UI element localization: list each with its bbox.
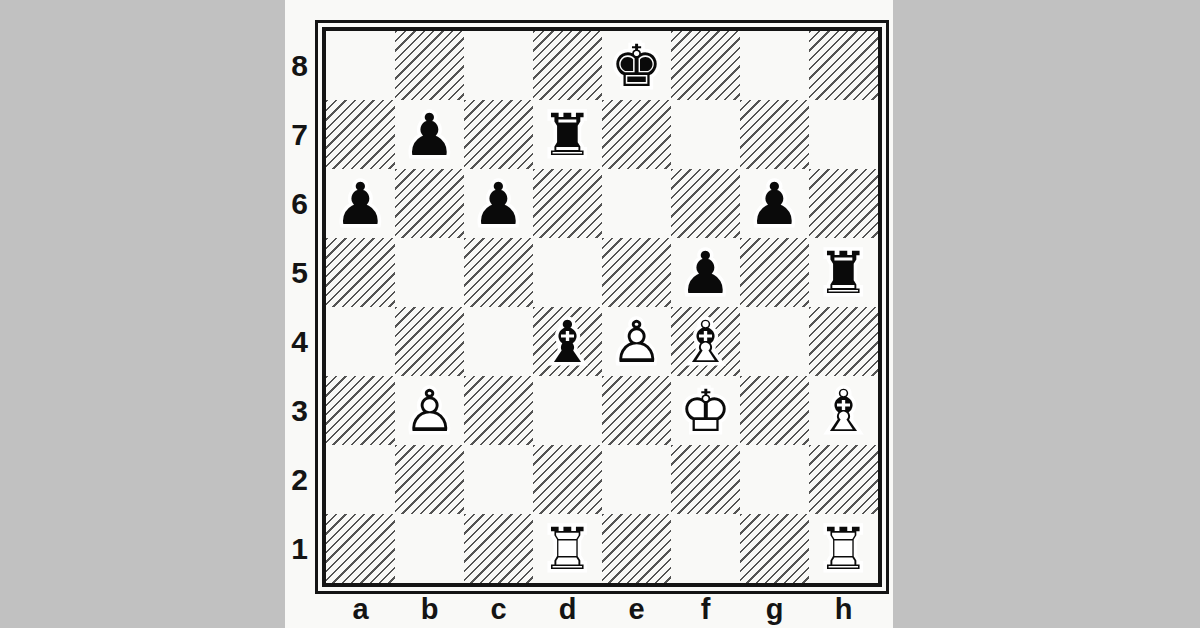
square-f4: ♝♗ [671,307,740,376]
square-f1 [671,514,740,583]
square-d3 [533,376,602,445]
piece-br-h5: ♜♜ [809,238,878,307]
square-c7 [464,100,533,169]
square-c3 [464,376,533,445]
square-h6 [809,169,878,238]
square-e2 [602,445,671,514]
square-f5: ♟♟ [671,238,740,307]
square-h5: ♜♜ [809,238,878,307]
square-f7 [671,100,740,169]
square-a5 [326,238,395,307]
piece-wb-f4: ♝♗ [671,307,740,376]
piece-wk-f3: ♚♔ [671,376,740,445]
rank-label-7: 7 [286,100,313,169]
file-label-b: b [395,593,464,625]
file-label-f: f [671,593,740,625]
square-a8 [326,31,395,100]
rank-label-3: 3 [286,376,313,445]
square-g7 [740,100,809,169]
square-g5 [740,238,809,307]
square-b3: ♟♙ [395,376,464,445]
square-c8 [464,31,533,100]
square-g3 [740,376,809,445]
square-a1 [326,514,395,583]
square-h2 [809,445,878,514]
square-e4: ♟♙ [602,307,671,376]
square-b4 [395,307,464,376]
square-c2 [464,445,533,514]
piece-wp-e4: ♟♙ [602,307,671,376]
file-label-d: d [533,593,602,625]
square-d4: ♝♝ [533,307,602,376]
square-h1: ♜♖ [809,514,878,583]
rank-label-4: 4 [286,307,313,376]
square-d6 [533,169,602,238]
square-g1 [740,514,809,583]
rank-label-5: 5 [286,238,313,307]
square-e6 [602,169,671,238]
square-d5 [533,238,602,307]
square-c6: ♟♟ [464,169,533,238]
piece-wr-d1: ♜♖ [533,514,602,583]
piece-br-d7: ♜♜ [533,100,602,169]
square-g6: ♟♟ [740,169,809,238]
file-labels: abcdefgh [326,593,878,625]
chess-board: ♚♚♟♟♜♜♟♟♟♟♟♟♟♟♜♜♝♝♟♙♝♗♟♙♚♔♝♗♜♖♜♖ [326,31,878,583]
file-label-h: h [809,593,878,625]
piece-bp-c6: ♟♟ [464,169,533,238]
board-inner-frame: ♚♚♟♟♜♜♟♟♟♟♟♟♟♟♜♜♝♝♟♙♝♗♟♙♚♔♝♗♜♖♜♖ [322,27,882,587]
square-e3 [602,376,671,445]
rank-label-8: 8 [286,31,313,100]
file-label-e: e [602,593,671,625]
square-h4 [809,307,878,376]
square-e1 [602,514,671,583]
piece-wp-b3: ♟♙ [395,376,464,445]
square-h3: ♝♗ [809,376,878,445]
square-d2 [533,445,602,514]
square-h7 [809,100,878,169]
square-a6: ♟♟ [326,169,395,238]
file-label-c: c [464,593,533,625]
square-c1 [464,514,533,583]
file-label-a: a [326,593,395,625]
square-g2 [740,445,809,514]
square-d7: ♜♜ [533,100,602,169]
square-b1 [395,514,464,583]
rank-label-6: 6 [286,169,313,238]
board-outer-frame: ♚♚♟♟♜♜♟♟♟♟♟♟♟♟♜♜♝♝♟♙♝♗♟♙♚♔♝♗♜♖♜♖ [315,20,889,594]
square-b7: ♟♟ [395,100,464,169]
square-e7 [602,100,671,169]
square-a7 [326,100,395,169]
piece-wb-h3: ♝♗ [809,376,878,445]
piece-bp-f5: ♟♟ [671,238,740,307]
square-a4 [326,307,395,376]
square-g8 [740,31,809,100]
square-a2 [326,445,395,514]
piece-wr-h1: ♜♖ [809,514,878,583]
rank-label-1: 1 [286,514,313,583]
square-f2 [671,445,740,514]
piece-bp-g6: ♟♟ [740,169,809,238]
square-d8 [533,31,602,100]
piece-bp-a6: ♟♟ [326,169,395,238]
rank-labels: 87654321 [286,31,313,583]
rank-label-2: 2 [286,445,313,514]
diagram-paper: 87654321 ♚♚♟♟♜♜♟♟♟♟♟♟♟♟♜♜♝♝♟♙♝♗♟♙♚♔♝♗♜♖♜… [285,0,893,628]
piece-bb-d4: ♝♝ [533,307,602,376]
square-f6 [671,169,740,238]
square-h8 [809,31,878,100]
square-f8 [671,31,740,100]
square-b6 [395,169,464,238]
square-e8: ♚♚ [602,31,671,100]
square-b2 [395,445,464,514]
piece-bk-e8: ♚♚ [602,31,671,100]
square-c4 [464,307,533,376]
piece-bp-b7: ♟♟ [395,100,464,169]
square-c5 [464,238,533,307]
square-g4 [740,307,809,376]
file-label-g: g [740,593,809,625]
square-f3: ♚♔ [671,376,740,445]
square-b5 [395,238,464,307]
square-a3 [326,376,395,445]
square-b8 [395,31,464,100]
square-d1: ♜♖ [533,514,602,583]
square-e5 [602,238,671,307]
